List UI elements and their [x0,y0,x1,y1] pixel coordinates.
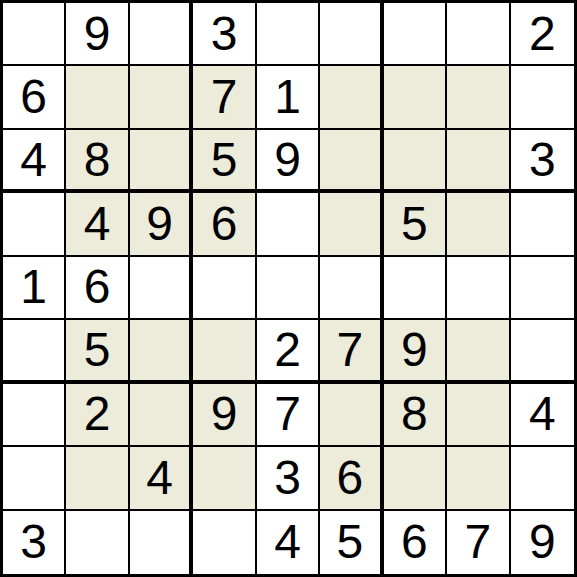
cell-r5c4[interactable] [193,257,256,320]
cell-r9c3[interactable] [130,511,193,574]
cell-r8c6[interactable]: 6 [320,447,383,510]
cell-r3c3[interactable] [130,130,193,193]
cell-r9c7[interactable]: 6 [384,511,447,574]
cell-r3c9[interactable]: 3 [511,130,574,193]
cell-r6c9[interactable] [511,320,574,383]
cell-r4c1[interactable] [3,193,66,256]
cell-r9c2[interactable] [66,511,129,574]
cell-r2c7[interactable] [384,66,447,129]
cell-r2c9[interactable] [511,66,574,129]
cell-r2c3[interactable] [130,66,193,129]
cell-r2c8[interactable] [447,66,510,129]
cell-r7c5[interactable]: 7 [257,384,320,447]
cell-r6c2[interactable]: 5 [66,320,129,383]
cell-r8c1[interactable] [3,447,66,510]
cell-r7c8[interactable] [447,384,510,447]
cell-r7c9[interactable]: 4 [511,384,574,447]
cell-r3c8[interactable] [447,130,510,193]
cell-r1c4[interactable]: 3 [193,3,256,66]
cell-r9c1[interactable]: 3 [3,511,66,574]
cell-r4c3[interactable]: 9 [130,193,193,256]
cell-r1c7[interactable] [384,3,447,66]
cell-r4c7[interactable]: 5 [384,193,447,256]
cell-r3c1[interactable]: 4 [3,130,66,193]
cell-r6c6[interactable]: 7 [320,320,383,383]
cell-r3c4[interactable]: 5 [193,130,256,193]
cell-r6c3[interactable] [130,320,193,383]
cell-r6c5[interactable]: 2 [257,320,320,383]
sudoku-board: 93267148593496516527929784436345679 [0,0,577,577]
cell-r1c1[interactable] [3,3,66,66]
cell-r4c6[interactable] [320,193,383,256]
cell-r7c3[interactable] [130,384,193,447]
cell-r1c9[interactable]: 2 [511,3,574,66]
cell-r4c4[interactable]: 6 [193,193,256,256]
cell-r1c5[interactable] [257,3,320,66]
cell-r2c4[interactable]: 7 [193,66,256,129]
cell-r1c3[interactable] [130,3,193,66]
cell-r5c9[interactable] [511,257,574,320]
cell-r1c8[interactable] [447,3,510,66]
cell-r9c6[interactable]: 5 [320,511,383,574]
cell-r7c7[interactable]: 8 [384,384,447,447]
cell-r5c3[interactable] [130,257,193,320]
cell-r8c5[interactable]: 3 [257,447,320,510]
cell-r2c5[interactable]: 1 [257,66,320,129]
cell-r9c4[interactable] [193,511,256,574]
cell-r5c6[interactable] [320,257,383,320]
cell-r4c8[interactable] [447,193,510,256]
cell-r4c2[interactable]: 4 [66,193,129,256]
cell-r6c8[interactable] [447,320,510,383]
cell-r6c1[interactable] [3,320,66,383]
cell-r7c2[interactable]: 2 [66,384,129,447]
cell-r3c2[interactable]: 8 [66,130,129,193]
cell-r5c5[interactable] [257,257,320,320]
cell-r5c7[interactable] [384,257,447,320]
cell-r2c6[interactable] [320,66,383,129]
cell-r9c5[interactable]: 4 [257,511,320,574]
cell-r8c7[interactable] [384,447,447,510]
cell-r9c9[interactable]: 9 [511,511,574,574]
cell-r3c6[interactable] [320,130,383,193]
cell-r3c5[interactable]: 9 [257,130,320,193]
cell-r4c9[interactable] [511,193,574,256]
cell-r6c7[interactable]: 9 [384,320,447,383]
cell-r5c2[interactable]: 6 [66,257,129,320]
cell-r8c4[interactable] [193,447,256,510]
cell-r4c5[interactable] [257,193,320,256]
cell-r8c3[interactable]: 4 [130,447,193,510]
cell-r5c1[interactable]: 1 [3,257,66,320]
cell-r1c6[interactable] [320,3,383,66]
cell-r7c6[interactable] [320,384,383,447]
cell-r9c8[interactable]: 7 [447,511,510,574]
cell-r2c2[interactable] [66,66,129,129]
cell-r3c7[interactable] [384,130,447,193]
cell-r7c1[interactable] [3,384,66,447]
cell-r2c1[interactable]: 6 [3,66,66,129]
cell-r5c8[interactable] [447,257,510,320]
cell-r8c9[interactable] [511,447,574,510]
cell-r6c4[interactable] [193,320,256,383]
cell-r7c4[interactable]: 9 [193,384,256,447]
cell-r1c2[interactable]: 9 [66,3,129,66]
cell-r8c8[interactable] [447,447,510,510]
cell-r8c2[interactable] [66,447,129,510]
